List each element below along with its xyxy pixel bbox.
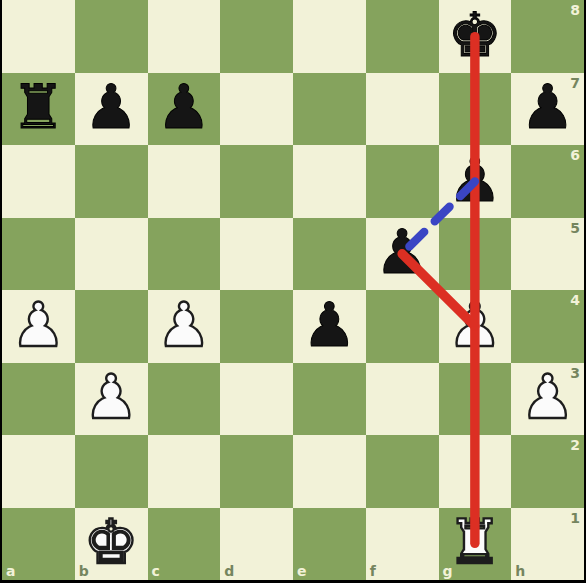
square-d3[interactable]: [220, 363, 293, 436]
piece-white-rook[interactable]: ♜: [448, 511, 503, 572]
square-g7[interactable]: [439, 73, 512, 146]
square-e3[interactable]: [293, 363, 366, 436]
piece-white-pawn[interactable]: ♟: [520, 366, 575, 427]
square-d5[interactable]: [220, 218, 293, 291]
square-f6[interactable]: [366, 145, 439, 218]
coord-rank-1: 1: [570, 511, 580, 525]
square-h2[interactable]: 2: [511, 435, 584, 508]
coord-rank-3: 3: [570, 366, 580, 380]
piece-white-pawn[interactable]: ♟: [448, 294, 503, 355]
coord-file-d: d: [224, 564, 234, 578]
square-b2[interactable]: [75, 435, 148, 508]
square-d2[interactable]: [220, 435, 293, 508]
coord-rank-2: 2: [570, 438, 580, 452]
square-g4[interactable]: ♟: [439, 290, 512, 363]
square-c2[interactable]: [148, 435, 221, 508]
coord-file-h: h: [515, 564, 525, 578]
coord-file-b: b: [79, 564, 89, 578]
square-c3[interactable]: [148, 363, 221, 436]
square-b6[interactable]: [75, 145, 148, 218]
square-a4[interactable]: ♟: [2, 290, 75, 363]
coord-rank-7: 7: [570, 76, 580, 90]
coord-rank-4: 4: [570, 293, 580, 307]
square-b5[interactable]: [75, 218, 148, 291]
piece-black-king[interactable]: ♚: [448, 4, 503, 65]
square-f1[interactable]: f: [366, 508, 439, 581]
piece-white-pawn[interactable]: ♟: [84, 366, 139, 427]
square-e7[interactable]: [293, 73, 366, 146]
square-d8[interactable]: [220, 0, 293, 73]
square-a8[interactable]: [2, 0, 75, 73]
square-h5[interactable]: 5: [511, 218, 584, 291]
piece-white-pawn[interactable]: ♟: [157, 294, 212, 355]
square-g1[interactable]: g♜: [439, 508, 512, 581]
square-g5[interactable]: [439, 218, 512, 291]
square-g3[interactable]: [439, 363, 512, 436]
square-h1[interactable]: 1h: [511, 508, 584, 581]
square-a6[interactable]: [2, 145, 75, 218]
square-e2[interactable]: [293, 435, 366, 508]
square-f3[interactable]: [366, 363, 439, 436]
square-f4[interactable]: [366, 290, 439, 363]
square-b3[interactable]: ♟: [75, 363, 148, 436]
square-h6[interactable]: 6: [511, 145, 584, 218]
piece-black-pawn[interactable]: ♟: [520, 76, 575, 137]
square-b7[interactable]: ♟: [75, 73, 148, 146]
square-g8[interactable]: ♚: [439, 0, 512, 73]
square-g2[interactable]: [439, 435, 512, 508]
coord-file-f: f: [370, 564, 376, 578]
square-c5[interactable]: [148, 218, 221, 291]
square-c8[interactable]: [148, 0, 221, 73]
piece-black-pawn[interactable]: ♟: [84, 76, 139, 137]
square-e4[interactable]: ♟: [293, 290, 366, 363]
square-f2[interactable]: [366, 435, 439, 508]
square-e8[interactable]: [293, 0, 366, 73]
square-a7[interactable]: ♜: [2, 73, 75, 146]
square-c4[interactable]: ♟: [148, 290, 221, 363]
square-d4[interactable]: [220, 290, 293, 363]
square-a2[interactable]: [2, 435, 75, 508]
piece-white-pawn[interactable]: ♟: [11, 294, 66, 355]
square-a3[interactable]: [2, 363, 75, 436]
coord-file-a: a: [6, 564, 15, 578]
coord-file-g: g: [443, 564, 453, 578]
piece-black-pawn[interactable]: ♟: [375, 221, 430, 282]
square-g6[interactable]: ♟: [439, 145, 512, 218]
square-e6[interactable]: [293, 145, 366, 218]
square-d1[interactable]: d: [220, 508, 293, 581]
coord-rank-8: 8: [570, 3, 580, 17]
square-e1[interactable]: e: [293, 508, 366, 581]
square-h7[interactable]: 7♟: [511, 73, 584, 146]
square-f7[interactable]: [366, 73, 439, 146]
chessboard-screenshot: ♚8♜♟♟7♟♟6♟5♟♟♟♟4♟3♟2ab♚cdefg♜1h: [0, 0, 586, 583]
square-a5[interactable]: [2, 218, 75, 291]
square-a1[interactable]: a: [2, 508, 75, 581]
piece-white-king[interactable]: ♚: [84, 511, 139, 572]
square-d6[interactable]: [220, 145, 293, 218]
piece-black-rook[interactable]: ♜: [11, 76, 66, 137]
square-c1[interactable]: c: [148, 508, 221, 581]
coord-rank-6: 6: [570, 148, 580, 162]
square-b1[interactable]: b♚: [75, 508, 148, 581]
square-b4[interactable]: [75, 290, 148, 363]
square-e5[interactable]: [293, 218, 366, 291]
square-f8[interactable]: [366, 0, 439, 73]
square-c6[interactable]: [148, 145, 221, 218]
square-c7[interactable]: ♟: [148, 73, 221, 146]
piece-black-pawn[interactable]: ♟: [448, 149, 503, 210]
piece-black-pawn[interactable]: ♟: [157, 76, 212, 137]
square-b8[interactable]: [75, 0, 148, 73]
square-h8[interactable]: 8: [511, 0, 584, 73]
square-h3[interactable]: 3♟: [511, 363, 584, 436]
chess-board[interactable]: ♚8♜♟♟7♟♟6♟5♟♟♟♟4♟3♟2ab♚cdefg♜1h: [2, 0, 584, 580]
square-d7[interactable]: [220, 73, 293, 146]
square-h4[interactable]: 4: [511, 290, 584, 363]
coord-rank-5: 5: [570, 221, 580, 235]
square-f5[interactable]: ♟: [366, 218, 439, 291]
piece-black-pawn[interactable]: ♟: [302, 294, 357, 355]
coord-file-e: e: [297, 564, 307, 578]
coord-file-c: c: [152, 564, 160, 578]
